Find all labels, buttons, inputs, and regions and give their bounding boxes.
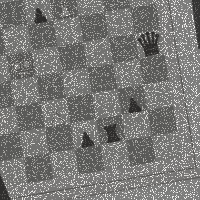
background-shadow-top-right <box>191 0 200 49</box>
photo-scene: ♟♝♚♛♟♟♟♜ <box>0 0 200 200</box>
chessboard-rotated: ♟♝♚♛♟♟♟♜ <box>0 0 182 192</box>
square-h1[interactable] <box>152 132 182 162</box>
